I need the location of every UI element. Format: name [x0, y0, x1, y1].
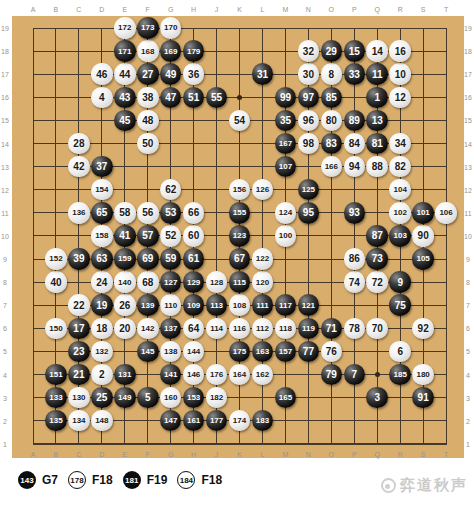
stone-60: 60: [183, 225, 205, 247]
stone-40: 40: [45, 271, 67, 293]
stone-17: 17: [68, 318, 90, 340]
watermark-text: 弈道秋声: [400, 476, 468, 495]
stone-102: 102: [389, 202, 411, 224]
stone-18: 18: [91, 318, 113, 340]
coord-top-label: F: [146, 6, 150, 13]
stone-151: 151: [45, 364, 67, 386]
coord-right-label: 2: [466, 417, 470, 424]
stone-136: 136: [68, 202, 90, 224]
stone-115: 115: [229, 271, 251, 293]
coord-left-label: 18: [1, 48, 9, 55]
coord-bottom-label: F: [146, 451, 150, 458]
coord-top-label: B: [54, 6, 59, 13]
stone-97: 97: [298, 87, 320, 109]
coord-top-label: S: [421, 6, 426, 13]
coord-right-label: 10: [464, 232, 472, 239]
coord-bottom-label: D: [99, 451, 104, 458]
stone-41: 41: [114, 225, 136, 247]
stone-101: 101: [412, 202, 434, 224]
stone-8: 8: [321, 63, 343, 85]
stone-43: 43: [114, 87, 136, 109]
coord-right-label: 5: [466, 348, 470, 355]
coord-right-label: 13: [464, 163, 472, 170]
coord-left-label: 19: [1, 25, 9, 32]
stone-140: 140: [114, 271, 136, 293]
stone-117: 117: [275, 294, 297, 316]
watermark: 弈道秋声: [381, 476, 468, 495]
stone-46: 46: [91, 63, 113, 85]
stone-86: 86: [344, 248, 366, 270]
stone-128: 128: [206, 271, 228, 293]
stone-53: 53: [160, 202, 182, 224]
stone-180: 180: [412, 364, 434, 386]
stone-42: 42: [68, 156, 90, 178]
coord-bottom-label: H: [191, 451, 196, 458]
coord-top-label: L: [261, 6, 265, 13]
stone-179: 179: [183, 40, 205, 62]
caption-point-label: F18: [92, 473, 113, 487]
stone-9: 9: [389, 271, 411, 293]
stone-168: 168: [137, 40, 159, 62]
coord-left-label: 13: [1, 163, 9, 170]
coord-left-label: 14: [1, 140, 9, 147]
stone-56: 56: [137, 202, 159, 224]
coord-top-label: E: [122, 6, 127, 13]
stone-130: 130: [68, 387, 90, 409]
stone-134: 134: [68, 410, 90, 432]
coord-top-label: H: [191, 6, 196, 13]
coord-bottom-label: J: [215, 451, 219, 458]
coord-right-label: 7: [466, 302, 470, 309]
caption-point-label: F19: [147, 473, 168, 487]
coord-right-label: 15: [464, 117, 472, 124]
coord-left-label: 3: [3, 394, 7, 401]
stone-129: 129: [183, 271, 205, 293]
stone-57: 57: [137, 225, 159, 247]
star-point: [237, 95, 242, 100]
stone-108: 108: [229, 294, 251, 316]
stone-111: 111: [252, 294, 274, 316]
stone-10: 10: [389, 63, 411, 85]
stone-20: 20: [114, 318, 136, 340]
stone-78: 78: [344, 318, 366, 340]
stone-31: 31: [252, 63, 274, 85]
stone-131: 131: [114, 364, 136, 386]
coord-bottom-label: S: [421, 451, 426, 458]
stone-67: 67: [229, 248, 251, 270]
stone-173: 173: [137, 17, 159, 39]
stone-149: 149: [114, 387, 136, 409]
stone-39: 39: [68, 248, 90, 270]
stone-93: 93: [344, 202, 366, 224]
stone-4: 4: [91, 87, 113, 109]
stone-32: 32: [298, 40, 320, 62]
stone-14: 14: [366, 40, 388, 62]
stone-135: 135: [45, 410, 67, 432]
coord-top-label: R: [398, 6, 403, 13]
stone-65: 65: [91, 202, 113, 224]
stone-87: 87: [366, 225, 388, 247]
stone-154: 154: [91, 179, 113, 201]
grid-line: [33, 443, 447, 445]
stone-106: 106: [435, 202, 457, 224]
coord-bottom-label: C: [76, 451, 81, 458]
coord-top-label: P: [352, 6, 357, 13]
stone-48: 48: [137, 110, 159, 132]
coord-left-label: 15: [1, 117, 9, 124]
stone-105: 105: [412, 248, 434, 270]
coord-top-label: J: [215, 6, 219, 13]
stone-28: 28: [68, 133, 90, 155]
stone-58: 58: [114, 202, 136, 224]
stone-172: 172: [114, 17, 136, 39]
coord-right-label: 12: [464, 186, 472, 193]
stone-16: 16: [389, 40, 411, 62]
stone-66: 66: [183, 202, 205, 224]
caption-point-label: G7: [42, 473, 58, 487]
coord-left-label: 1: [3, 440, 7, 447]
stone-155: 155: [229, 202, 251, 224]
coord-top-label: Q: [375, 6, 380, 13]
coord-left-label: 4: [3, 371, 7, 378]
stone-185: 185: [389, 364, 411, 386]
stone-72: 72: [366, 271, 388, 293]
stone-61: 61: [183, 248, 205, 270]
stone-120: 120: [252, 271, 274, 293]
coord-top-label: T: [444, 6, 448, 13]
coord-right-label: 6: [466, 325, 470, 332]
stone-19: 19: [91, 294, 113, 316]
coord-bottom-label: Q: [375, 451, 380, 458]
stone-21: 21: [68, 364, 90, 386]
coord-left-label: 7: [3, 302, 7, 309]
stone-139: 139: [137, 294, 159, 316]
stone-122: 122: [252, 248, 274, 270]
stone-71: 71: [321, 318, 343, 340]
stone-45: 45: [114, 110, 136, 132]
stone-2: 2: [91, 364, 113, 386]
stone-103: 103: [389, 225, 411, 247]
stone-81: 81: [366, 133, 388, 155]
coord-bottom-label: O: [329, 451, 334, 458]
stone-70: 70: [366, 318, 388, 340]
stone-133: 133: [45, 387, 67, 409]
coord-bottom-label: L: [261, 451, 265, 458]
stone-123: 123: [229, 225, 251, 247]
grid-line: [446, 28, 448, 445]
stone-159: 159: [114, 248, 136, 270]
stone-69: 69: [137, 248, 159, 270]
stone-38: 38: [137, 87, 159, 109]
coord-left-label: 8: [3, 279, 7, 286]
stone-15: 15: [344, 40, 366, 62]
grid-line: [33, 28, 447, 30]
coord-left-label: 6: [3, 325, 7, 332]
stone-34: 34: [389, 133, 411, 155]
stone-171: 171: [114, 40, 136, 62]
coord-bottom-label: T: [444, 451, 448, 458]
stone-158: 158: [91, 225, 113, 247]
stone-63: 63: [91, 248, 113, 270]
coord-right-label: 16: [464, 94, 472, 101]
stone-142: 142: [137, 318, 159, 340]
coord-bottom-label: E: [122, 451, 127, 458]
stone-11: 11: [366, 63, 388, 85]
stone-89: 89: [344, 110, 366, 132]
stone-68: 68: [137, 271, 159, 293]
stone-24: 24: [91, 271, 113, 293]
coord-left-label: 16: [1, 94, 9, 101]
stone-132: 132: [91, 341, 113, 363]
coord-right-label: 11: [464, 209, 471, 216]
stone-170: 170: [160, 17, 182, 39]
stone-90: 90: [412, 225, 434, 247]
coord-bottom-label: B: [54, 451, 59, 458]
stone-33: 33: [344, 63, 366, 85]
coord-right-label: 4: [466, 371, 470, 378]
coord-left-label: 9: [3, 256, 7, 263]
caption: 143G7178F18181F19184F18: [18, 467, 226, 493]
caption-point-label: F18: [201, 473, 222, 487]
stone-74: 74: [344, 271, 366, 293]
coord-right-label: 3: [466, 394, 470, 401]
coord-bottom-label: R: [398, 451, 403, 458]
stone-44: 44: [114, 63, 136, 85]
star-point: [375, 372, 380, 377]
yin-yang-logo-icon: [381, 478, 396, 493]
coord-bottom-label: A: [31, 451, 36, 458]
stone-23: 23: [68, 341, 90, 363]
coord-top-label: A: [31, 6, 36, 13]
stone-25: 25: [91, 387, 113, 409]
stone-80: 80: [321, 110, 343, 132]
coord-top-label: D: [99, 6, 104, 13]
coord-left-label: 5: [3, 348, 7, 355]
stone-75: 75: [389, 294, 411, 316]
stone-6: 6: [389, 341, 411, 363]
coord-bottom-label: M: [283, 451, 289, 458]
stone-73: 73: [366, 248, 388, 270]
stone-95: 95: [298, 202, 320, 224]
stone-91: 91: [412, 387, 434, 409]
stone-100: 100: [275, 225, 297, 247]
coord-top-label: C: [76, 6, 81, 13]
caption-stone-143: 143: [18, 471, 36, 489]
stone-22: 22: [68, 294, 90, 316]
coord-right-label: 9: [466, 256, 470, 263]
stone-26: 26: [114, 294, 136, 316]
stone-37: 37: [91, 156, 113, 178]
coord-right-label: 1: [466, 440, 470, 447]
coord-left-label: 10: [1, 232, 9, 239]
caption-stone-181: 181: [123, 471, 141, 489]
coord-left-label: 17: [1, 71, 9, 78]
coord-bottom-label: G: [168, 451, 173, 458]
stone-85: 85: [321, 87, 343, 109]
stone-30: 30: [298, 63, 320, 85]
stone-27: 27: [137, 63, 159, 85]
coord-bottom-label: N: [306, 451, 311, 458]
stone-29: 29: [321, 40, 343, 62]
caption-stone-178: 178: [68, 471, 86, 489]
stone-150: 150: [45, 318, 67, 340]
coord-bottom-label: P: [352, 451, 357, 458]
grid-line: [33, 28, 35, 445]
stone-12: 12: [389, 87, 411, 109]
stone-148: 148: [91, 410, 113, 432]
coord-right-label: 14: [464, 140, 472, 147]
coord-right-label: 8: [466, 279, 470, 286]
caption-stone-184: 184: [177, 471, 195, 489]
stone-50: 50: [137, 133, 159, 155]
stone-124: 124: [275, 202, 297, 224]
coord-right-label: 17: [464, 71, 472, 78]
stone-92: 92: [412, 318, 434, 340]
stone-13: 13: [366, 110, 388, 132]
coord-left-label: 2: [3, 417, 7, 424]
coord-left-label: 12: [1, 186, 9, 193]
stone-152: 152: [45, 248, 67, 270]
coord-right-label: 19: [464, 25, 472, 32]
coord-top-label: K: [237, 6, 242, 13]
stone-119: 119: [298, 318, 320, 340]
coord-bottom-label: K: [237, 451, 242, 458]
stone-52: 52: [160, 225, 182, 247]
go-diagram-page: AABBCCDDEEFFGGHHJJKKLLMMNNOOPPQQRRSSTT19…: [0, 0, 474, 506]
coord-right-label: 18: [464, 48, 472, 55]
stone-5: 5: [137, 387, 159, 409]
stone-121: 121: [298, 294, 320, 316]
stone-99: 99: [275, 87, 297, 109]
coord-top-label: M: [283, 6, 289, 13]
stone-145: 145: [137, 341, 159, 363]
coord-top-label: O: [329, 6, 334, 13]
stone-1: 1: [366, 87, 388, 109]
coord-top-label: N: [306, 6, 311, 13]
stone-59: 59: [160, 248, 182, 270]
stone-76: 76: [321, 341, 343, 363]
stone-118: 118: [275, 318, 297, 340]
coord-left-label: 11: [1, 209, 8, 216]
coord-top-label: G: [168, 6, 173, 13]
